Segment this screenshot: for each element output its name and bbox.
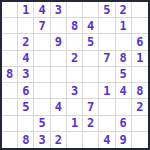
cell-r2c7[interactable]: [99, 18, 115, 34]
cell-r2c9[interactable]: [132, 18, 148, 34]
cell-r7c7[interactable]: [99, 99, 115, 115]
cell-r1c9[interactable]: [132, 2, 148, 18]
cell-r2c3[interactable]: 7: [34, 18, 50, 34]
cell-r6c3[interactable]: [34, 83, 50, 99]
cell-r9c7[interactable]: 4: [99, 132, 115, 148]
cell-r1c1[interactable]: [2, 2, 18, 18]
cell-r5c1[interactable]: 8: [2, 67, 18, 83]
cell-r7c6[interactable]: 7: [83, 99, 99, 115]
cell-r3c8[interactable]: [116, 34, 132, 50]
cell-r9c5[interactable]: [67, 132, 83, 148]
cell-r8c4[interactable]: [51, 116, 67, 132]
cell-r4c6[interactable]: [83, 51, 99, 67]
cell-r7c3[interactable]: [34, 99, 50, 115]
cell-r4c3[interactable]: [34, 51, 50, 67]
cell-r9c8[interactable]: 9: [116, 132, 132, 148]
cell-r1c3[interactable]: 4: [34, 2, 50, 18]
cell-r2c6[interactable]: 4: [83, 18, 99, 34]
cell-r5c7[interactable]: [99, 67, 115, 83]
cell-r1c4[interactable]: 3: [51, 2, 67, 18]
cell-r3c9[interactable]: 6: [132, 34, 148, 50]
cell-r6c4[interactable]: [51, 83, 67, 99]
cell-r1c2[interactable]: 1: [18, 2, 34, 18]
cell-r5c8[interactable]: 5: [116, 67, 132, 83]
cell-r3c6[interactable]: 5: [83, 34, 99, 50]
cell-r3c5[interactable]: [67, 34, 83, 50]
cell-r4c1[interactable]: [2, 51, 18, 67]
cell-r2c2[interactable]: [18, 18, 34, 34]
cell-r9c4[interactable]: 2: [51, 132, 67, 148]
cell-r8c7[interactable]: [99, 116, 115, 132]
cell-r4c5[interactable]: 2: [67, 51, 83, 67]
cell-r4c7[interactable]: 7: [99, 51, 115, 67]
cell-r5c2[interactable]: 3: [18, 67, 34, 83]
cell-r5c9[interactable]: [132, 67, 148, 83]
sudoku-board: 143527841295642781835631485472512683249: [0, 0, 150, 150]
cell-r7c2[interactable]: 5: [18, 99, 34, 115]
cell-r9c9[interactable]: [132, 132, 148, 148]
cell-r7c8[interactable]: [116, 99, 132, 115]
cell-r6c2[interactable]: 6: [18, 83, 34, 99]
cell-r8c8[interactable]: 6: [116, 116, 132, 132]
cell-r8c9[interactable]: [132, 116, 148, 132]
cell-r5c5[interactable]: [67, 67, 83, 83]
cell-r9c3[interactable]: 3: [34, 132, 50, 148]
cell-r6c7[interactable]: 1: [99, 83, 115, 99]
cell-r5c6[interactable]: [83, 67, 99, 83]
cell-r1c8[interactable]: 2: [116, 2, 132, 18]
cell-r5c3[interactable]: [34, 67, 50, 83]
cell-r2c1[interactable]: [2, 18, 18, 34]
cell-r3c7[interactable]: [99, 34, 115, 50]
cell-r1c6[interactable]: [83, 2, 99, 18]
cell-r5c4[interactable]: [51, 67, 67, 83]
cell-r8c5[interactable]: 1: [67, 116, 83, 132]
cell-r9c2[interactable]: 8: [18, 132, 34, 148]
cell-r6c1[interactable]: [2, 83, 18, 99]
cell-r9c1[interactable]: [2, 132, 18, 148]
cell-r3c1[interactable]: [2, 34, 18, 50]
cell-r6c5[interactable]: 3: [67, 83, 83, 99]
cell-r7c5[interactable]: [67, 99, 83, 115]
cell-r8c1[interactable]: [2, 116, 18, 132]
cell-r6c6[interactable]: [83, 83, 99, 99]
cell-r4c8[interactable]: 8: [116, 51, 132, 67]
cell-r6c9[interactable]: 8: [132, 83, 148, 99]
cell-r4c4[interactable]: [51, 51, 67, 67]
cell-r4c2[interactable]: 4: [18, 51, 34, 67]
cell-r3c4[interactable]: 9: [51, 34, 67, 50]
cell-r2c5[interactable]: 8: [67, 18, 83, 34]
cell-r1c5[interactable]: [67, 2, 83, 18]
cell-r8c2[interactable]: [18, 116, 34, 132]
cell-r7c1[interactable]: [2, 99, 18, 115]
cell-r4c9[interactable]: 1: [132, 51, 148, 67]
cell-r7c9[interactable]: 2: [132, 99, 148, 115]
cell-r8c3[interactable]: 5: [34, 116, 50, 132]
cell-r8c6[interactable]: 2: [83, 116, 99, 132]
cell-r7c4[interactable]: 4: [51, 99, 67, 115]
cell-r6c8[interactable]: 4: [116, 83, 132, 99]
cell-r1c7[interactable]: 5: [99, 2, 115, 18]
cell-r3c3[interactable]: [34, 34, 50, 50]
cell-r3c2[interactable]: 2: [18, 34, 34, 50]
cell-r2c4[interactable]: [51, 18, 67, 34]
cell-r9c6[interactable]: [83, 132, 99, 148]
cell-r2c8[interactable]: 1: [116, 18, 132, 34]
